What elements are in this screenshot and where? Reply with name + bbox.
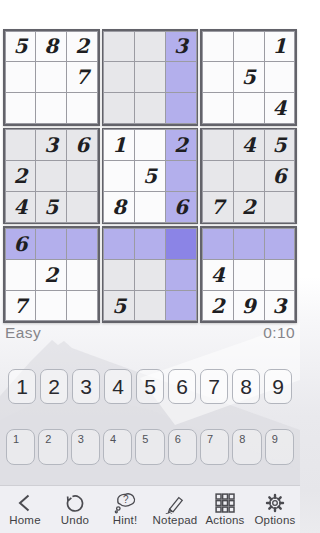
cell-r4c8[interactable]: 4 <box>233 129 265 161</box>
toolbar-label-actions: Actions <box>205 514 244 526</box>
cell-r4c3[interactable]: 6 <box>66 129 98 161</box>
cell-r4c2[interactable]: 3 <box>35 129 67 161</box>
cell-r6c3[interactable] <box>66 191 98 223</box>
toolbar-label-options: Options <box>254 514 295 526</box>
timer: 0:10 <box>263 324 295 342</box>
cell-r2c2[interactable] <box>35 61 67 93</box>
cell-r9c4[interactable]: 5 <box>103 290 135 322</box>
toolbar-button-home[interactable]: Home <box>0 486 50 533</box>
block-r2c2: 12586 <box>102 128 199 225</box>
cell-r6c7[interactable]: 7 <box>202 191 234 223</box>
chevron-left-icon <box>14 491 36 514</box>
toolbar-button-notepad[interactable]: Notepad <box>150 486 200 533</box>
cell-r5c4[interactable] <box>103 160 135 192</box>
gear-icon <box>264 491 286 514</box>
pencil-key-3[interactable]: 3 <box>71 429 100 465</box>
cell-r7c3[interactable] <box>66 228 98 260</box>
pencil-key-7[interactable]: 7 <box>200 429 229 465</box>
cell-r2c4[interactable] <box>103 61 135 93</box>
keypad-pencil: 123456789 <box>6 429 294 465</box>
cell-r2c9[interactable] <box>264 61 296 93</box>
cell-r2c7[interactable] <box>202 61 234 93</box>
cell-r1c4[interactable] <box>103 31 135 63</box>
cell-r6c9[interactable] <box>264 191 296 223</box>
cell-r8c5[interactable] <box>134 259 166 291</box>
cell-r3c4[interactable] <box>103 92 135 124</box>
cell-r4c5[interactable] <box>134 129 166 161</box>
cell-r9c7[interactable]: 2 <box>202 290 234 322</box>
difficulty-label: Easy <box>5 324 41 342</box>
block-r1c2: 3 <box>102 29 199 126</box>
toolbar-button-options[interactable]: Options <box>250 486 300 533</box>
sudoku-board: 5827315436245125864567262754293 <box>3 29 297 323</box>
cell-r8c2[interactable]: 2 <box>35 259 67 291</box>
cell-r5c1[interactable]: 2 <box>5 160 37 192</box>
block-r1c3: 154 <box>200 29 297 126</box>
status-bar: Easy 0:10 <box>0 324 300 342</box>
block-r1c1: 5827 <box>3 29 100 126</box>
cell-r7c2[interactable] <box>35 228 67 260</box>
cell-r2c5[interactable] <box>134 61 166 93</box>
number-key-4[interactable]: 4 <box>104 369 132 404</box>
cell-r3c5[interactable] <box>134 92 166 124</box>
cell-r9c2[interactable] <box>35 290 67 322</box>
cell-r8c8[interactable] <box>233 259 265 291</box>
block-r2c3: 45672 <box>200 128 297 225</box>
toolbar-label-notepad: Notepad <box>153 514 198 526</box>
cell-r4c1[interactable] <box>5 129 37 161</box>
toolbar-label-home: Home <box>9 514 40 526</box>
pencil-key-4[interactable]: 4 <box>103 429 132 465</box>
cell-r6c5[interactable] <box>134 191 166 223</box>
cell-r5c8[interactable] <box>233 160 265 192</box>
cell-r7c4[interactable] <box>103 228 135 260</box>
cell-r1c3[interactable]: 2 <box>66 31 98 63</box>
number-key-7[interactable]: 7 <box>200 369 228 404</box>
pencil-key-9[interactable]: 9 <box>265 429 294 465</box>
block-r3c2: 5 <box>102 226 199 323</box>
cell-r7c9[interactable] <box>264 228 296 260</box>
number-key-9[interactable]: 9 <box>264 369 292 404</box>
cell-r2c3[interactable]: 7 <box>66 61 98 93</box>
cell-r2c8[interactable]: 5 <box>233 61 265 93</box>
cell-r6c8[interactable]: 2 <box>233 191 265 223</box>
cell-r6c2[interactable]: 5 <box>35 191 67 223</box>
cell-r9c9[interactable]: 3 <box>264 290 296 322</box>
pencil-key-5[interactable]: 5 <box>135 429 164 465</box>
cell-r9c6[interactable] <box>165 290 197 322</box>
pencil-key-2[interactable]: 2 <box>38 429 67 465</box>
cell-r1c2[interactable]: 8 <box>35 31 67 63</box>
cell-r1c9[interactable]: 1 <box>264 31 296 63</box>
toolbar-label-hint: Hint! <box>113 514 138 526</box>
cell-r9c5[interactable] <box>134 290 166 322</box>
cell-r1c5[interactable] <box>134 31 166 63</box>
toolbar: Home Undo ? Hint! <box>0 485 300 533</box>
cell-r8c7[interactable]: 4 <box>202 259 234 291</box>
grid-icon <box>214 491 236 514</box>
cell-r3c7[interactable] <box>202 92 234 124</box>
pencil-icon <box>164 491 186 514</box>
cell-r4c7[interactable] <box>202 129 234 161</box>
cell-r8c3[interactable] <box>66 259 98 291</box>
keypad-large: 123456789 <box>8 369 292 404</box>
cell-r8c6[interactable] <box>165 259 197 291</box>
cell-r5c3[interactable] <box>66 160 98 192</box>
cell-r8c9[interactable] <box>264 259 296 291</box>
undo-arrow-icon <box>64 491 86 514</box>
pencil-key-8[interactable]: 8 <box>232 429 261 465</box>
cell-r7c1[interactable]: 6 <box>5 228 37 260</box>
cell-r4c4[interactable]: 1 <box>103 129 135 161</box>
toolbar-label-undo: Undo <box>61 514 89 526</box>
cell-r1c8[interactable] <box>233 31 265 63</box>
cell-r8c1[interactable] <box>5 259 37 291</box>
svg-text:?: ? <box>123 494 129 505</box>
cell-r5c2[interactable] <box>35 160 67 192</box>
cell-r6c4[interactable]: 8 <box>103 191 135 223</box>
cell-r8c4[interactable] <box>103 259 135 291</box>
cell-r9c3[interactable] <box>66 290 98 322</box>
cell-r5c6[interactable] <box>165 160 197 192</box>
cell-r4c6[interactable]: 2 <box>165 129 197 161</box>
cell-r2c1[interactable] <box>5 61 37 93</box>
block-r2c1: 36245 <box>3 128 100 225</box>
number-key-1[interactable]: 1 <box>8 369 36 404</box>
toolbar-button-hint[interactable]: ? Hint! <box>100 486 150 533</box>
cell-r2c6[interactable] <box>165 61 197 93</box>
cell-r1c7[interactable] <box>202 31 234 63</box>
cell-r9c8[interactable]: 9 <box>233 290 265 322</box>
toolbar-button-undo[interactable]: Undo <box>50 486 100 533</box>
cell-r5c7[interactable] <box>202 160 234 192</box>
cell-r3c6[interactable] <box>165 92 197 124</box>
number-key-8[interactable]: 8 <box>232 369 260 404</box>
cell-r3c8[interactable] <box>233 92 265 124</box>
cell-r5c9[interactable]: 6 <box>264 160 296 192</box>
block-r3c3: 4293 <box>200 226 297 323</box>
number-key-6[interactable]: 6 <box>168 369 196 404</box>
cell-r9c1[interactable]: 7 <box>5 290 37 322</box>
cell-r3c9[interactable]: 4 <box>264 92 296 124</box>
pencil-key-1[interactable]: 1 <box>6 429 35 465</box>
thought-bubble-question-icon: ? <box>114 491 137 514</box>
cell-r7c7[interactable] <box>202 228 234 260</box>
cell-r7c8[interactable] <box>233 228 265 260</box>
cell-r3c3[interactable] <box>66 92 98 124</box>
pencil-key-6[interactable]: 6 <box>168 429 197 465</box>
cell-r6c6[interactable]: 6 <box>165 191 197 223</box>
toolbar-button-actions[interactable]: Actions <box>200 486 250 533</box>
cell-r7c6[interactable] <box>165 228 197 260</box>
cell-r1c6[interactable]: 3 <box>165 31 197 63</box>
cell-r3c1[interactable] <box>5 92 37 124</box>
number-key-3[interactable]: 3 <box>72 369 100 404</box>
cell-r7c5[interactable] <box>134 228 166 260</box>
cell-r6c1[interactable]: 4 <box>5 191 37 223</box>
number-key-5[interactable]: 5 <box>136 369 164 404</box>
cell-r4c9[interactable]: 5 <box>264 129 296 161</box>
cell-r1c1[interactable]: 5 <box>5 31 37 63</box>
block-r3c1: 627 <box>3 226 100 323</box>
cell-r5c5[interactable]: 5 <box>134 160 166 192</box>
cell-r3c2[interactable] <box>35 92 67 124</box>
number-key-2[interactable]: 2 <box>40 369 68 404</box>
